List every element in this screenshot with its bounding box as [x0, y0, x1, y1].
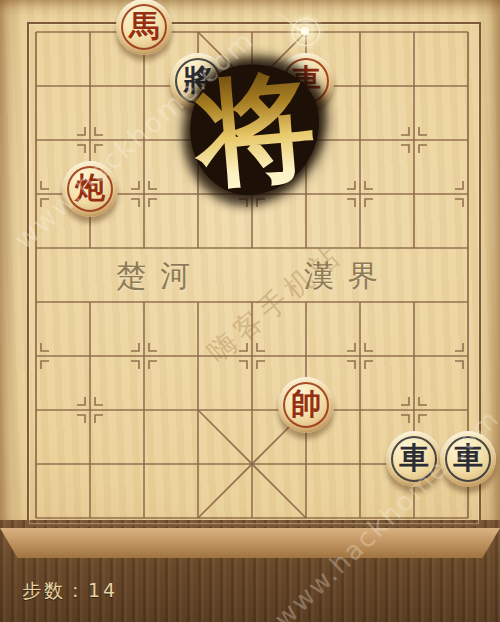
piece-character: 將: [183, 65, 213, 95]
black-general[interactable]: 將: [170, 53, 226, 109]
red-horse[interactable]: 馬: [116, 0, 172, 55]
step-counter: 步数：14: [22, 578, 118, 604]
piece-character: 炮: [75, 173, 105, 203]
pieces-layer: 馬將車炮帥車車: [9, 5, 495, 545]
red-cannon[interactable]: 炮: [62, 161, 118, 217]
step-counter-label: 步数：: [22, 579, 88, 601]
red-general[interactable]: 帥: [278, 377, 334, 433]
piece-character: 帥: [291, 389, 321, 419]
black-chariot-1[interactable]: 車: [386, 431, 442, 487]
piece-character: 馬: [129, 11, 159, 41]
step-counter-value: 14: [88, 579, 118, 601]
piece-character: 車: [291, 65, 321, 95]
black-chariot-2[interactable]: 車: [440, 431, 496, 487]
piece-character: 車: [399, 443, 429, 473]
xiangqi-app-screen: 楚河 漢界 馬將車炮帥車車 将 步数：14 www.hackhome.com 嗨…: [0, 0, 500, 622]
red-chariot[interactable]: 車: [278, 53, 334, 109]
piece-character: 車: [453, 443, 483, 473]
